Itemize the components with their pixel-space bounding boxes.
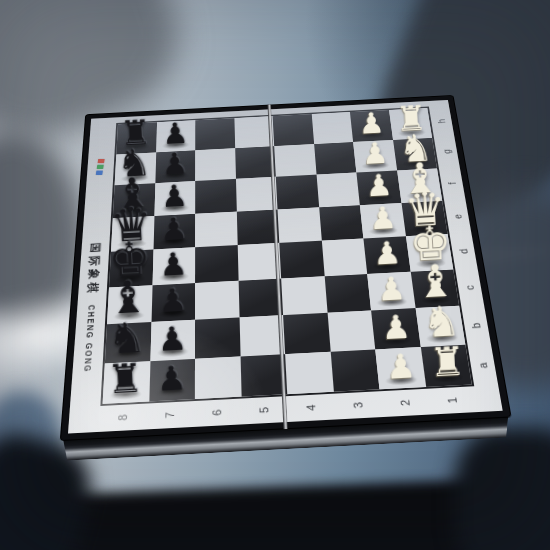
square-c3[interactable] [324,274,371,313]
black-knight-b8[interactable]: ♞ [103,317,150,357]
brand-chinese-text: 国际象棋 [84,242,104,296]
square-d6[interactable] [195,245,238,283]
rank-label-1-text: 1 [446,397,460,404]
square-a8[interactable]: ♜ [103,361,150,404]
square-b7[interactable]: ♟ [150,320,195,361]
square-g6[interactable] [195,148,235,181]
rank-label-7-text: 7 [164,412,177,419]
square-a3[interactable] [330,349,379,392]
square-c7[interactable]: ♟ [151,283,195,322]
square-h6[interactable] [195,118,234,150]
file-label-f-text: f [446,182,458,185]
square-f4[interactable] [276,175,319,209]
black-pawn-b7[interactable]: ♟ [149,323,195,355]
square-e4[interactable] [278,207,322,243]
logo-chip-2 [97,165,104,169]
square-h3[interactable] [311,112,353,144]
square-b6[interactable] [195,317,240,358]
white-pawn-d2[interactable]: ♟ [365,238,409,268]
board-grid: ♜♟♟♜♞♟♟♞♝♟♟♝♛♟♟♛♚♟♟♚♝♟♟♝♞♟♟♞♜♟♟♜ [100,107,474,406]
white-rook-a1[interactable]: ♜ [423,343,471,381]
white-knight-b1[interactable]: ♞ [418,301,465,341]
black-rook-a8[interactable]: ♜ [101,360,149,398]
square-h4[interactable] [273,114,314,146]
logo-chip-1 [98,159,105,163]
rank-label-6-text: 6 [211,409,224,416]
rank-label-7: 7 [146,401,193,429]
rank-label-1: 1 [428,386,479,414]
square-c6[interactable] [195,280,239,319]
file-label-d-text: d [457,248,470,254]
product-photo: ♜♟♟♜♞♟♟♞♝♟♟♝♛♟♟♛♚♟♟♚♝♟♟♝♞♟♟♞♜♟♟♜ 8765432… [0,0,550,550]
board-surface: ♜♟♟♜♞♟♟♞♝♟♟♝♛♟♟♛♚♟♟♚♝♟♟♝♞♟♟♞♜♟♟♜ 8765432… [68,100,503,433]
rank-label-3: 3 [334,391,383,419]
black-pawn-e7[interactable]: ♟ [152,215,195,245]
board-scene: ♜♟♟♜♞♟♟♞♝♟♟♝♛♟♟♛♚♟♟♚♝♟♟♝♞♟♟♞♜♟♟♜ 8765432… [72,46,482,458]
rank-label-2-text: 2 [399,399,413,406]
square-a4[interactable] [285,351,333,394]
brand-latin-text: CHENG GONG [82,305,97,374]
square-e5[interactable] [236,209,279,245]
brand-text: 国际象棋 CHENG GONG [77,242,103,393]
square-a7[interactable]: ♟ [149,358,195,401]
black-pawn-d7[interactable]: ♟ [151,249,195,279]
file-label-a-text: a [476,362,490,368]
file-label-c-text: c [463,285,476,290]
square-c4[interactable] [281,276,327,315]
square-a2[interactable]: ♟ [375,347,425,390]
file-label-h-text: h [436,118,448,123]
file-label-b: b [461,305,491,345]
square-e3[interactable] [319,205,364,241]
white-pawn-e2[interactable]: ♟ [361,204,404,234]
file-label-g-text: g [441,149,453,154]
rank-label-4-text: 4 [305,404,319,411]
maker-logo [96,159,105,175]
square-d2[interactable]: ♟ [363,236,410,273]
square-d7[interactable]: ♟ [152,247,195,285]
white-pawn-c2[interactable]: ♟ [369,274,414,305]
white-pawn-h2[interactable]: ♟ [351,110,392,138]
square-b3[interactable] [327,310,375,351]
square-g3[interactable] [314,142,357,175]
rank-label-8-text: 8 [116,414,129,421]
square-g4[interactable] [274,144,316,177]
board-frame: ♜♟♟♜♞♟♟♞♝♟♟♝♛♟♟♛♚♟♟♚♝♟♟♝♞♟♟♞♜♟♟♜ 8765432… [61,96,510,440]
black-pawn-c7[interactable]: ♟ [150,286,195,317]
square-f3[interactable] [316,173,360,207]
rank-label-4: 4 [287,394,336,422]
black-pawn-h7[interactable]: ♟ [155,120,196,148]
square-b4[interactable] [283,313,330,354]
logo-chip-3 [96,171,103,175]
black-pawn-g7[interactable]: ♟ [154,150,196,178]
white-pawn-f2[interactable]: ♟ [358,171,400,200]
white-pawn-g2[interactable]: ♟ [355,140,397,168]
square-a1[interactable]: ♜ [420,344,472,387]
black-pawn-f7[interactable]: ♟ [153,182,195,211]
square-f6[interactable] [195,179,236,214]
square-a6[interactable] [195,356,241,399]
file-label-e-text: e [451,214,464,219]
square-d3[interactable] [321,238,367,275]
square-b2[interactable]: ♟ [371,308,420,349]
square-c2[interactable]: ♟ [367,271,415,310]
square-e6[interactable] [195,211,237,247]
rank-label-6: 6 [194,399,241,427]
rank-label-5-text: 5 [258,407,271,414]
black-pawn-a7[interactable]: ♟ [147,363,195,396]
white-pawn-b2[interactable]: ♟ [373,312,419,344]
rank-label-2: 2 [381,389,431,417]
file-label-b-text: b [469,322,483,328]
chess-board: ♜♟♟♜♞♟♟♞♝♟♟♝♛♟♟♛♚♟♟♚♝♟♟♝♞♟♟♞♜♟♟♜ 8765432… [61,96,510,440]
rank-label-8: 8 [99,403,147,431]
square-e7[interactable]: ♟ [153,213,195,249]
white-pawn-a2[interactable]: ♟ [377,351,425,384]
square-d4[interactable] [279,241,324,278]
rank-label-3-text: 3 [352,402,366,409]
